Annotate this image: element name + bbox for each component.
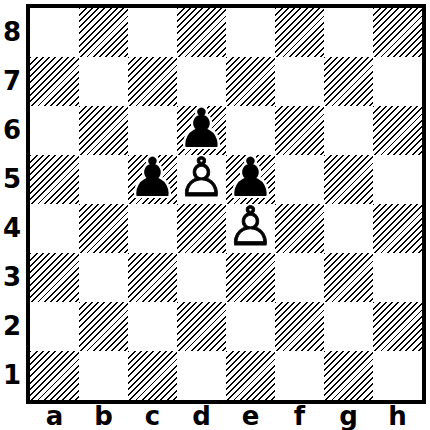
square-e7[interactable] <box>226 57 275 106</box>
square-f6[interactable] <box>275 106 324 155</box>
square-b2[interactable] <box>79 302 128 351</box>
square-b4[interactable] <box>79 204 128 253</box>
file-label-e: e <box>226 403 275 430</box>
square-h7[interactable] <box>373 57 422 106</box>
square-d4[interactable] <box>177 204 226 253</box>
square-h1[interactable] <box>373 351 422 400</box>
square-d5[interactable]: ♙ <box>177 155 226 204</box>
rank-label-4: 4 <box>0 204 24 253</box>
square-d3[interactable] <box>177 253 226 302</box>
square-e2[interactable] <box>226 302 275 351</box>
file-label-f: f <box>275 403 324 430</box>
white-pawn-d5[interactable]: ♙ <box>177 153 225 202</box>
file-label-c: c <box>128 403 177 430</box>
square-a7[interactable] <box>30 57 79 106</box>
square-c5[interactable]: ♟ <box>128 155 177 204</box>
square-f7[interactable] <box>275 57 324 106</box>
square-h8[interactable] <box>373 8 422 57</box>
chess-diagram: ♟♟♙♟♙ 87654321 abcdefgh <box>0 0 430 430</box>
square-a3[interactable] <box>30 253 79 302</box>
black-pawn-c5[interactable]: ♟ <box>128 153 176 202</box>
rank-label-8: 8 <box>0 8 24 57</box>
rank-label-5: 5 <box>0 155 24 204</box>
square-a1[interactable] <box>30 351 79 400</box>
square-h6[interactable] <box>373 106 422 155</box>
square-f3[interactable] <box>275 253 324 302</box>
square-c8[interactable] <box>128 8 177 57</box>
square-h5[interactable] <box>373 155 422 204</box>
square-f1[interactable] <box>275 351 324 400</box>
square-g6[interactable] <box>324 106 373 155</box>
square-h3[interactable] <box>373 253 422 302</box>
square-g1[interactable] <box>324 351 373 400</box>
rank-label-7: 7 <box>0 57 24 106</box>
square-a5[interactable] <box>30 155 79 204</box>
square-a6[interactable] <box>30 106 79 155</box>
rank-label-1: 1 <box>0 351 24 400</box>
square-c1[interactable] <box>128 351 177 400</box>
rank-label-3: 3 <box>0 253 24 302</box>
square-g8[interactable] <box>324 8 373 57</box>
white-pawn-e4[interactable]: ♙ <box>226 202 274 251</box>
square-c7[interactable] <box>128 57 177 106</box>
file-label-h: h <box>373 403 422 430</box>
rank-label-6: 6 <box>0 106 24 155</box>
square-b7[interactable] <box>79 57 128 106</box>
square-b5[interactable] <box>79 155 128 204</box>
square-b6[interactable] <box>79 106 128 155</box>
square-c4[interactable] <box>128 204 177 253</box>
square-g2[interactable] <box>324 302 373 351</box>
square-e8[interactable] <box>226 8 275 57</box>
square-h2[interactable] <box>373 302 422 351</box>
square-b3[interactable] <box>79 253 128 302</box>
square-g3[interactable] <box>324 253 373 302</box>
square-g7[interactable] <box>324 57 373 106</box>
rank-label-2: 2 <box>0 302 24 351</box>
square-a8[interactable] <box>30 8 79 57</box>
square-f5[interactable] <box>275 155 324 204</box>
square-d1[interactable] <box>177 351 226 400</box>
square-e3[interactable] <box>226 253 275 302</box>
square-e4[interactable]: ♙ <box>226 204 275 253</box>
square-f8[interactable] <box>275 8 324 57</box>
square-f4[interactable] <box>275 204 324 253</box>
square-e1[interactable] <box>226 351 275 400</box>
square-c3[interactable] <box>128 253 177 302</box>
square-h4[interactable] <box>373 204 422 253</box>
square-c2[interactable] <box>128 302 177 351</box>
square-g5[interactable] <box>324 155 373 204</box>
file-label-a: a <box>30 403 79 430</box>
file-label-b: b <box>79 403 128 430</box>
square-g4[interactable] <box>324 204 373 253</box>
square-a2[interactable] <box>30 302 79 351</box>
square-b8[interactable] <box>79 8 128 57</box>
square-d2[interactable] <box>177 302 226 351</box>
chess-board: ♟♟♙♟♙ <box>26 4 426 404</box>
file-label-d: d <box>177 403 226 430</box>
square-b1[interactable] <box>79 351 128 400</box>
square-d8[interactable] <box>177 8 226 57</box>
square-a4[interactable] <box>30 204 79 253</box>
file-label-g: g <box>324 403 373 430</box>
square-f2[interactable] <box>275 302 324 351</box>
